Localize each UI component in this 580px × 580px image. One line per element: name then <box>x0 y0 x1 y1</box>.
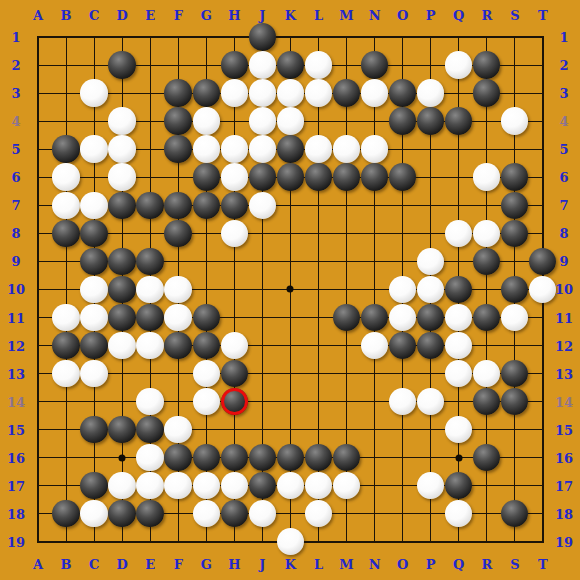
intersection-C5[interactable] <box>80 135 108 163</box>
intersection-C12[interactable] <box>80 331 108 359</box>
intersection-F1[interactable] <box>164 23 192 51</box>
intersection-M17[interactable] <box>332 472 360 500</box>
intersection-A17[interactable] <box>24 472 52 500</box>
intersection-T7[interactable] <box>529 191 557 219</box>
intersection-O19[interactable] <box>389 528 417 556</box>
intersection-F14[interactable] <box>164 388 192 416</box>
intersection-M2[interactable] <box>332 51 360 79</box>
intersection-B9[interactable] <box>52 247 80 275</box>
intersection-D3[interactable] <box>108 79 136 107</box>
intersection-A10[interactable] <box>24 275 52 303</box>
intersection-N5[interactable] <box>360 135 388 163</box>
intersection-A4[interactable] <box>24 107 52 135</box>
intersection-R3[interactable] <box>473 79 501 107</box>
intersection-G14[interactable] <box>192 388 220 416</box>
intersection-Q11[interactable] <box>445 303 473 331</box>
intersection-B14[interactable] <box>52 388 80 416</box>
intersection-A1[interactable] <box>24 23 52 51</box>
intersection-N8[interactable] <box>360 219 388 247</box>
intersection-C7[interactable] <box>80 191 108 219</box>
intersection-G11[interactable] <box>192 303 220 331</box>
intersection-Q3[interactable] <box>445 79 473 107</box>
intersection-B4[interactable] <box>52 107 80 135</box>
intersection-N6[interactable] <box>360 163 388 191</box>
intersection-T11[interactable] <box>529 303 557 331</box>
intersection-D11[interactable] <box>108 303 136 331</box>
intersection-C8[interactable] <box>80 219 108 247</box>
intersection-A2[interactable] <box>24 51 52 79</box>
intersection-D15[interactable] <box>108 416 136 444</box>
intersection-R12[interactable] <box>473 331 501 359</box>
intersection-C18[interactable] <box>80 500 108 528</box>
intersection-C19[interactable] <box>80 528 108 556</box>
intersection-G2[interactable] <box>192 51 220 79</box>
intersection-T10[interactable] <box>529 275 557 303</box>
intersection-H4[interactable] <box>220 107 248 135</box>
intersection-B3[interactable] <box>52 79 80 107</box>
intersection-T12[interactable] <box>529 331 557 359</box>
intersection-F9[interactable] <box>164 247 192 275</box>
intersection-N2[interactable] <box>360 51 388 79</box>
intersection-F10[interactable] <box>164 275 192 303</box>
intersection-G5[interactable] <box>192 135 220 163</box>
intersection-Q6[interactable] <box>445 163 473 191</box>
intersection-B15[interactable] <box>52 416 80 444</box>
intersection-J14[interactable] <box>248 388 276 416</box>
intersection-J7[interactable] <box>248 191 276 219</box>
intersection-S17[interactable] <box>501 472 529 500</box>
intersection-K13[interactable] <box>276 359 304 387</box>
intersection-K10[interactable] <box>276 275 304 303</box>
intersection-E10[interactable] <box>136 275 164 303</box>
intersection-B12[interactable] <box>52 331 80 359</box>
intersection-L17[interactable] <box>304 472 332 500</box>
intersection-T9[interactable] <box>529 247 557 275</box>
intersection-D7[interactable] <box>108 191 136 219</box>
intersection-L12[interactable] <box>304 331 332 359</box>
intersection-L3[interactable] <box>304 79 332 107</box>
intersection-T3[interactable] <box>529 79 557 107</box>
intersection-P8[interactable] <box>417 219 445 247</box>
intersection-P11[interactable] <box>417 303 445 331</box>
intersection-L6[interactable] <box>304 163 332 191</box>
intersection-J18[interactable] <box>248 500 276 528</box>
intersection-L16[interactable] <box>304 444 332 472</box>
intersection-L1[interactable] <box>304 23 332 51</box>
intersection-P15[interactable] <box>417 416 445 444</box>
intersection-H12[interactable] <box>220 331 248 359</box>
intersection-B10[interactable] <box>52 275 80 303</box>
intersection-H6[interactable] <box>220 163 248 191</box>
intersection-O2[interactable] <box>389 51 417 79</box>
intersection-T6[interactable] <box>529 163 557 191</box>
intersection-H17[interactable] <box>220 472 248 500</box>
intersection-F12[interactable] <box>164 331 192 359</box>
intersection-K6[interactable] <box>276 163 304 191</box>
intersection-P6[interactable] <box>417 163 445 191</box>
intersection-T2[interactable] <box>529 51 557 79</box>
intersection-J5[interactable] <box>248 135 276 163</box>
intersection-M13[interactable] <box>332 359 360 387</box>
intersection-A18[interactable] <box>24 500 52 528</box>
intersection-O5[interactable] <box>389 135 417 163</box>
intersection-P3[interactable] <box>417 79 445 107</box>
intersection-N10[interactable] <box>360 275 388 303</box>
intersection-P7[interactable] <box>417 191 445 219</box>
intersection-C3[interactable] <box>80 79 108 107</box>
intersection-L7[interactable] <box>304 191 332 219</box>
intersection-B5[interactable] <box>52 135 80 163</box>
intersection-S2[interactable] <box>501 51 529 79</box>
intersection-E2[interactable] <box>136 51 164 79</box>
intersection-D14[interactable] <box>108 388 136 416</box>
intersection-F8[interactable] <box>164 219 192 247</box>
intersection-E13[interactable] <box>136 359 164 387</box>
intersection-E1[interactable] <box>136 23 164 51</box>
intersection-N4[interactable] <box>360 107 388 135</box>
intersection-H5[interactable] <box>220 135 248 163</box>
intersection-T16[interactable] <box>529 444 557 472</box>
intersection-E6[interactable] <box>136 163 164 191</box>
intersection-R1[interactable] <box>473 23 501 51</box>
intersection-P2[interactable] <box>417 51 445 79</box>
intersection-O12[interactable] <box>389 331 417 359</box>
intersection-B6[interactable] <box>52 163 80 191</box>
intersection-Q15[interactable] <box>445 416 473 444</box>
intersection-P18[interactable] <box>417 500 445 528</box>
intersection-G7[interactable] <box>192 191 220 219</box>
intersection-F19[interactable] <box>164 528 192 556</box>
intersection-M14[interactable] <box>332 388 360 416</box>
intersection-K4[interactable] <box>276 107 304 135</box>
intersection-E8[interactable] <box>136 219 164 247</box>
intersection-M8[interactable] <box>332 219 360 247</box>
intersection-T19[interactable] <box>529 528 557 556</box>
intersection-J13[interactable] <box>248 359 276 387</box>
intersection-L5[interactable] <box>304 135 332 163</box>
intersection-R14[interactable] <box>473 388 501 416</box>
intersection-S4[interactable] <box>501 107 529 135</box>
intersection-R6[interactable] <box>473 163 501 191</box>
intersection-L11[interactable] <box>304 303 332 331</box>
intersection-O14[interactable] <box>389 388 417 416</box>
intersection-K18[interactable] <box>276 500 304 528</box>
intersection-R13[interactable] <box>473 359 501 387</box>
intersection-O6[interactable] <box>389 163 417 191</box>
intersection-P5[interactable] <box>417 135 445 163</box>
intersection-S10[interactable] <box>501 275 529 303</box>
intersection-G12[interactable] <box>192 331 220 359</box>
intersection-O10[interactable] <box>389 275 417 303</box>
intersection-Q4[interactable] <box>445 107 473 135</box>
intersection-M12[interactable] <box>332 331 360 359</box>
intersection-S12[interactable] <box>501 331 529 359</box>
intersection-O18[interactable] <box>389 500 417 528</box>
intersection-K11[interactable] <box>276 303 304 331</box>
intersection-J16[interactable] <box>248 444 276 472</box>
intersection-G8[interactable] <box>192 219 220 247</box>
intersection-P12[interactable] <box>417 331 445 359</box>
intersection-J8[interactable] <box>248 219 276 247</box>
intersection-S13[interactable] <box>501 359 529 387</box>
intersection-C1[interactable] <box>80 23 108 51</box>
intersection-G4[interactable] <box>192 107 220 135</box>
intersection-Q1[interactable] <box>445 23 473 51</box>
intersection-J12[interactable] <box>248 331 276 359</box>
intersection-O1[interactable] <box>389 23 417 51</box>
intersection-K19[interactable] <box>276 528 304 556</box>
intersection-D6[interactable] <box>108 163 136 191</box>
intersection-C15[interactable] <box>80 416 108 444</box>
intersection-M10[interactable] <box>332 275 360 303</box>
intersection-P9[interactable] <box>417 247 445 275</box>
intersection-H19[interactable] <box>220 528 248 556</box>
intersection-J6[interactable] <box>248 163 276 191</box>
intersection-J1[interactable] <box>248 23 276 51</box>
intersection-F2[interactable] <box>164 51 192 79</box>
intersection-Q5[interactable] <box>445 135 473 163</box>
intersection-R19[interactable] <box>473 528 501 556</box>
intersection-L9[interactable] <box>304 247 332 275</box>
intersection-H3[interactable] <box>220 79 248 107</box>
intersection-P16[interactable] <box>417 444 445 472</box>
intersection-A5[interactable] <box>24 135 52 163</box>
intersection-K8[interactable] <box>276 219 304 247</box>
intersection-S18[interactable] <box>501 500 529 528</box>
intersection-M19[interactable] <box>332 528 360 556</box>
intersection-A8[interactable] <box>24 219 52 247</box>
intersection-M4[interactable] <box>332 107 360 135</box>
intersection-N9[interactable] <box>360 247 388 275</box>
intersection-F3[interactable] <box>164 79 192 107</box>
intersection-D19[interactable] <box>108 528 136 556</box>
intersection-T13[interactable] <box>529 359 557 387</box>
intersection-R4[interactable] <box>473 107 501 135</box>
intersection-P4[interactable] <box>417 107 445 135</box>
intersection-B8[interactable] <box>52 219 80 247</box>
intersection-N1[interactable] <box>360 23 388 51</box>
intersection-M16[interactable] <box>332 444 360 472</box>
intersection-O13[interactable] <box>389 359 417 387</box>
intersection-K5[interactable] <box>276 135 304 163</box>
intersection-Q10[interactable] <box>445 275 473 303</box>
intersection-G15[interactable] <box>192 416 220 444</box>
intersection-Q9[interactable] <box>445 247 473 275</box>
intersection-T17[interactable] <box>529 472 557 500</box>
intersection-L15[interactable] <box>304 416 332 444</box>
intersection-J4[interactable] <box>248 107 276 135</box>
intersection-E4[interactable] <box>136 107 164 135</box>
intersection-S8[interactable] <box>501 219 529 247</box>
intersection-S9[interactable] <box>501 247 529 275</box>
intersection-C11[interactable] <box>80 303 108 331</box>
intersection-A7[interactable] <box>24 191 52 219</box>
intersection-G13[interactable] <box>192 359 220 387</box>
intersection-K9[interactable] <box>276 247 304 275</box>
intersection-Q17[interactable] <box>445 472 473 500</box>
intersection-Q2[interactable] <box>445 51 473 79</box>
intersection-D16[interactable] <box>108 444 136 472</box>
intersection-P13[interactable] <box>417 359 445 387</box>
intersection-K7[interactable] <box>276 191 304 219</box>
intersection-K14[interactable] <box>276 388 304 416</box>
intersection-P1[interactable] <box>417 23 445 51</box>
intersection-S14[interactable] <box>501 388 529 416</box>
intersection-E17[interactable] <box>136 472 164 500</box>
intersection-O11[interactable] <box>389 303 417 331</box>
intersection-D10[interactable] <box>108 275 136 303</box>
intersection-J2[interactable] <box>248 51 276 79</box>
intersection-D8[interactable] <box>108 219 136 247</box>
intersection-L14[interactable] <box>304 388 332 416</box>
intersection-E9[interactable] <box>136 247 164 275</box>
intersection-R9[interactable] <box>473 247 501 275</box>
intersection-N13[interactable] <box>360 359 388 387</box>
intersection-P19[interactable] <box>417 528 445 556</box>
intersection-F7[interactable] <box>164 191 192 219</box>
intersection-S15[interactable] <box>501 416 529 444</box>
intersection-L10[interactable] <box>304 275 332 303</box>
intersection-B13[interactable] <box>52 359 80 387</box>
intersection-D4[interactable] <box>108 107 136 135</box>
intersection-G16[interactable] <box>192 444 220 472</box>
intersection-G10[interactable] <box>192 275 220 303</box>
intersection-K3[interactable] <box>276 79 304 107</box>
intersection-G6[interactable] <box>192 163 220 191</box>
intersection-S16[interactable] <box>501 444 529 472</box>
intersection-T5[interactable] <box>529 135 557 163</box>
intersection-N3[interactable] <box>360 79 388 107</box>
intersection-B16[interactable] <box>52 444 80 472</box>
intersection-O15[interactable] <box>389 416 417 444</box>
intersection-S11[interactable] <box>501 303 529 331</box>
intersection-B19[interactable] <box>52 528 80 556</box>
intersection-L13[interactable] <box>304 359 332 387</box>
intersection-Q7[interactable] <box>445 191 473 219</box>
intersection-M1[interactable] <box>332 23 360 51</box>
intersection-R15[interactable] <box>473 416 501 444</box>
intersection-L4[interactable] <box>304 107 332 135</box>
intersection-C14[interactable] <box>80 388 108 416</box>
intersection-N11[interactable] <box>360 303 388 331</box>
intersection-T14[interactable] <box>529 388 557 416</box>
intersection-O9[interactable] <box>389 247 417 275</box>
intersection-O8[interactable] <box>389 219 417 247</box>
intersection-Q18[interactable] <box>445 500 473 528</box>
intersection-H16[interactable] <box>220 444 248 472</box>
intersection-D9[interactable] <box>108 247 136 275</box>
intersection-B17[interactable] <box>52 472 80 500</box>
intersection-F18[interactable] <box>164 500 192 528</box>
intersection-H1[interactable] <box>220 23 248 51</box>
intersection-S3[interactable] <box>501 79 529 107</box>
intersection-G3[interactable] <box>192 79 220 107</box>
intersection-C6[interactable] <box>80 163 108 191</box>
intersection-L18[interactable] <box>304 500 332 528</box>
intersection-D13[interactable] <box>108 359 136 387</box>
intersection-T1[interactable] <box>529 23 557 51</box>
intersection-C13[interactable] <box>80 359 108 387</box>
intersection-H15[interactable] <box>220 416 248 444</box>
intersection-H18[interactable] <box>220 500 248 528</box>
intersection-Q14[interactable] <box>445 388 473 416</box>
intersection-N14[interactable] <box>360 388 388 416</box>
intersection-E12[interactable] <box>136 331 164 359</box>
intersection-C9[interactable] <box>80 247 108 275</box>
intersection-T18[interactable] <box>529 500 557 528</box>
intersection-K17[interactable] <box>276 472 304 500</box>
intersection-L8[interactable] <box>304 219 332 247</box>
intersection-Q16[interactable] <box>445 444 473 472</box>
intersection-K2[interactable] <box>276 51 304 79</box>
intersection-F15[interactable] <box>164 416 192 444</box>
intersection-R16[interactable] <box>473 444 501 472</box>
intersection-E5[interactable] <box>136 135 164 163</box>
intersection-A15[interactable] <box>24 416 52 444</box>
intersection-N12[interactable] <box>360 331 388 359</box>
intersection-Q8[interactable] <box>445 219 473 247</box>
intersection-R5[interactable] <box>473 135 501 163</box>
intersection-A16[interactable] <box>24 444 52 472</box>
intersection-O3[interactable] <box>389 79 417 107</box>
intersection-K12[interactable] <box>276 331 304 359</box>
intersection-K1[interactable] <box>276 23 304 51</box>
intersection-C16[interactable] <box>80 444 108 472</box>
intersection-H8[interactable] <box>220 219 248 247</box>
intersection-D17[interactable] <box>108 472 136 500</box>
intersection-L19[interactable] <box>304 528 332 556</box>
intersection-E18[interactable] <box>136 500 164 528</box>
intersection-H7[interactable] <box>220 191 248 219</box>
intersection-Q19[interactable] <box>445 528 473 556</box>
intersection-O4[interactable] <box>389 107 417 135</box>
intersection-S1[interactable] <box>501 23 529 51</box>
intersection-B11[interactable] <box>52 303 80 331</box>
intersection-M3[interactable] <box>332 79 360 107</box>
intersection-B2[interactable] <box>52 51 80 79</box>
intersection-O16[interactable] <box>389 444 417 472</box>
intersection-J11[interactable] <box>248 303 276 331</box>
intersection-E3[interactable] <box>136 79 164 107</box>
intersection-M6[interactable] <box>332 163 360 191</box>
intersection-A6[interactable] <box>24 163 52 191</box>
intersection-H9[interactable] <box>220 247 248 275</box>
intersection-S19[interactable] <box>501 528 529 556</box>
intersection-S5[interactable] <box>501 135 529 163</box>
intersection-R18[interactable] <box>473 500 501 528</box>
intersection-F5[interactable] <box>164 135 192 163</box>
intersection-A12[interactable] <box>24 331 52 359</box>
intersection-J3[interactable] <box>248 79 276 107</box>
intersection-D2[interactable] <box>108 51 136 79</box>
intersection-N18[interactable] <box>360 500 388 528</box>
intersection-O7[interactable] <box>389 191 417 219</box>
intersection-A11[interactable] <box>24 303 52 331</box>
intersection-K16[interactable] <box>276 444 304 472</box>
intersection-A19[interactable] <box>24 528 52 556</box>
intersection-E14[interactable] <box>136 388 164 416</box>
intersection-R17[interactable] <box>473 472 501 500</box>
intersection-C2[interactable] <box>80 51 108 79</box>
intersection-M9[interactable] <box>332 247 360 275</box>
intersection-E16[interactable] <box>136 444 164 472</box>
intersection-D12[interactable] <box>108 331 136 359</box>
intersection-G17[interactable] <box>192 472 220 500</box>
intersection-M18[interactable] <box>332 500 360 528</box>
intersection-D1[interactable] <box>108 23 136 51</box>
intersection-H2[interactable] <box>220 51 248 79</box>
intersection-P10[interactable] <box>417 275 445 303</box>
